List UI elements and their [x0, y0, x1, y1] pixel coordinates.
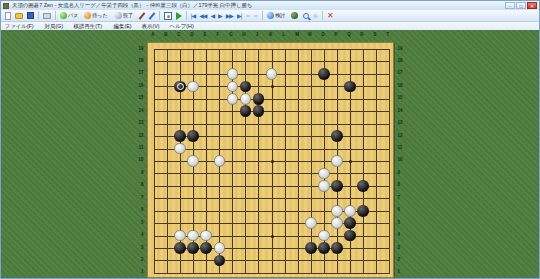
nav-disabled-button-1: ≈ [245, 11, 251, 21]
white-stone-O9 [318, 168, 330, 180]
menu-item-4[interactable]: 表示(V) [138, 22, 163, 29]
window-title: 天頂の囲碁7 Zen - 女流名人リーグ／牛栄子四段（黒）－仲邑菫三段（白）／1… [12, 1, 456, 9]
white-stone-G16 [227, 81, 239, 93]
app-icon [3, 3, 9, 9]
network-button[interactable] [290, 11, 300, 21]
row-label-right-19: 19 [398, 45, 407, 50]
white-stone-P10 [331, 155, 343, 167]
go-app-window: { "window": { "title": "天頂の囲碁7 Zen - 女流名… [0, 0, 540, 279]
row-label-left-16: 16 [135, 83, 144, 88]
save-icon [27, 12, 34, 19]
column-label-top-T: T [384, 32, 393, 37]
row-label-right-14: 14 [398, 108, 407, 113]
white-stone-D10 [187, 155, 199, 167]
column-label-top-R: R [357, 32, 366, 37]
menu-item-3[interactable]: 編集(E) [110, 22, 135, 29]
row-label-left-18: 18 [135, 58, 144, 63]
board-edit-button[interactable] [163, 11, 173, 21]
grid-line-vertical [376, 49, 377, 274]
row-label-right-4: 4 [398, 232, 407, 237]
white-stone-C11 [174, 143, 186, 155]
row-label-right-13: 13 [398, 120, 407, 125]
row-label-right-11: 11 [398, 145, 407, 150]
row-label-right-15: 15 [398, 95, 407, 100]
menu-item-1[interactable]: 対局(G) [41, 22, 67, 29]
disabled-diamond-button: ◆ [312, 11, 319, 21]
nav-fast-forward-button[interactable]: ▶▶ [225, 11, 234, 21]
star-point [271, 160, 274, 163]
row-label-right-9: 9 [398, 170, 407, 175]
nav-back-button[interactable]: ◀ [209, 11, 215, 21]
white-stone-G15 [227, 93, 239, 105]
black-stone-R8 [357, 180, 369, 192]
grid-line-vertical [285, 49, 286, 274]
column-label-top-Q: Q [344, 32, 353, 37]
row-label-left-1: 1 [135, 269, 144, 274]
column-label-top-K: K [266, 32, 275, 37]
column-label-top-C: C [175, 32, 184, 37]
column-label-top-H: H [240, 32, 249, 37]
toolbar: パス 待った 投了 |◀ ◀◀ ◀ ▶ ▶▶ ▶| ≈ ≈ 検討 ◆ ✕ [1, 10, 539, 22]
close-button[interactable]: ✕ [527, 2, 537, 9]
black-stone-E3 [200, 242, 212, 254]
white-stone-H15 [240, 93, 252, 105]
row-label-right-18: 18 [398, 58, 407, 63]
column-label-top-J: J [253, 32, 262, 37]
analyze-button[interactable]: 検討 [266, 11, 288, 21]
row-label-left-10: 10 [135, 157, 144, 162]
edit-pen-button[interactable] [138, 11, 146, 21]
nav-forward-button[interactable]: ▶ [217, 11, 223, 21]
nav-fast-back-button[interactable]: ◀◀ [198, 11, 207, 21]
open-file-button[interactable] [14, 11, 24, 21]
table-background: AABBCCDDEEFFGGHHJJKKLLMMNNOOPPQQRRSSTT19… [1, 30, 540, 279]
nav-first-button[interactable]: |◀ [190, 11, 197, 21]
new-file-icon [5, 12, 11, 20]
play-icon [176, 12, 182, 20]
column-label-top-F: F [214, 32, 223, 37]
black-stone-C3 [174, 242, 186, 254]
row-label-right-10: 10 [398, 157, 407, 162]
grid-line-vertical [298, 49, 299, 274]
black-stone-P12 [331, 130, 343, 142]
row-label-right-8: 8 [398, 182, 407, 187]
nav-last-button[interactable]: ▶| [236, 11, 243, 21]
row-label-left-2: 2 [135, 257, 144, 262]
white-stone-F10 [214, 155, 226, 167]
resign-button[interactable]: 投了 [114, 11, 136, 21]
toolbar-separator [186, 11, 187, 20]
star-point [271, 85, 274, 88]
white-stone-E4 [200, 230, 212, 242]
row-label-left-9: 9 [135, 170, 144, 175]
menu-item-0[interactable]: ファイル(F) [1, 22, 37, 29]
pass-button[interactable]: パス [59, 11, 81, 21]
row-label-right-6: 6 [398, 207, 407, 212]
grid-line-horizontal [154, 260, 390, 261]
white-stone-P5 [331, 217, 343, 229]
go-board[interactable] [147, 42, 394, 278]
column-label-top-P: P [331, 32, 340, 37]
row-label-right-12: 12 [398, 132, 407, 137]
resign-icon [115, 12, 122, 19]
white-stone-K17 [266, 68, 278, 80]
column-label-top-N: N [305, 32, 314, 37]
white-stone-F3 [214, 242, 226, 254]
grid-line-vertical [363, 49, 364, 274]
white-stone-O4 [318, 230, 330, 242]
row-label-left-7: 7 [135, 195, 144, 200]
black-stone-D3 [187, 242, 199, 254]
window-controls: － □ ✕ [505, 2, 537, 9]
magnifier-icon [303, 13, 309, 19]
column-label-top-L: L [279, 32, 288, 37]
row-label-right-1: 1 [398, 269, 407, 274]
white-stone-G17 [227, 68, 239, 80]
undo-button[interactable]: 待った [83, 11, 111, 21]
row-label-left-15: 15 [135, 95, 144, 100]
black-stone-F2 [214, 255, 226, 267]
black-stone-Q5 [344, 217, 356, 229]
black-stone-N3 [305, 242, 317, 254]
row-label-left-14: 14 [135, 108, 144, 113]
grid-line-vertical [389, 49, 390, 274]
column-label-top-A: A [149, 32, 158, 37]
black-stone-P3 [331, 242, 343, 254]
title-bar: 天頂の囲碁7 Zen - 女流名人リーグ／牛栄子四段（黒）－仲邑菫三段（白）／1… [1, 1, 539, 10]
star-point [349, 160, 352, 163]
row-label-left-12: 12 [135, 132, 144, 137]
black-stone-O17 [318, 68, 330, 80]
nav-disabled-button-2: ≈ [253, 11, 259, 21]
white-stone-Q6 [344, 205, 356, 217]
zoom-button[interactable] [302, 11, 310, 21]
toolbar-separator [322, 11, 323, 20]
black-stone-J14 [253, 105, 265, 117]
menu-bar: ファイル(F)対局(G)棋譜再生(T)編集(E)表示(V)ヘルプ(H) [1, 22, 539, 30]
black-stone-Q4 [344, 230, 356, 242]
column-label-top-E: E [201, 32, 210, 37]
white-stone-D4 [187, 230, 199, 242]
row-label-left-3: 3 [135, 244, 144, 249]
column-label-top-D: D [188, 32, 197, 37]
grid-line-horizontal [154, 273, 390, 274]
edit-pen2-button[interactable] [148, 11, 156, 21]
row-label-left-13: 13 [135, 120, 144, 125]
white-stone-N5 [305, 217, 317, 229]
new-file-button[interactable] [4, 11, 12, 21]
row-label-right-7: 7 [398, 195, 407, 200]
column-label-top-S: S [371, 32, 380, 37]
white-stone-C4 [174, 230, 186, 242]
grid-line-vertical [311, 49, 312, 274]
row-label-right-2: 2 [398, 257, 407, 262]
black-stone-R6 [357, 205, 369, 217]
row-label-right-17: 17 [398, 70, 407, 75]
row-label-left-4: 4 [135, 232, 144, 237]
black-stone-H14 [240, 105, 252, 117]
toolbar-separator [262, 11, 263, 20]
board-edit-icon [164, 12, 172, 20]
row-label-left-19: 19 [135, 45, 144, 50]
column-label-top-G: G [227, 32, 236, 37]
black-stone-H16 [240, 81, 252, 93]
row-label-right-5: 5 [398, 220, 407, 225]
white-stone-P6 [331, 205, 343, 217]
black-stone-Q16 [344, 81, 356, 93]
toolbar-separator [159, 11, 160, 20]
column-label-top-M: M [292, 32, 301, 37]
column-label-top-O: O [318, 32, 327, 37]
maximize-button[interactable]: □ [516, 2, 526, 9]
row-label-left-8: 8 [135, 182, 144, 187]
delete-button[interactable]: ✕ [326, 11, 335, 21]
menu-item-2[interactable]: 棋譜再生(T) [70, 22, 106, 29]
row-label-left-11: 11 [135, 145, 144, 150]
globe-icon [291, 12, 298, 19]
open-folder-icon [15, 13, 23, 19]
pass-icon [60, 12, 67, 19]
row-label-left-5: 5 [135, 220, 144, 225]
undo-icon [84, 12, 91, 19]
pen-icon [138, 12, 145, 19]
last-move-marker [177, 83, 184, 90]
black-stone-C12 [174, 130, 186, 142]
row-label-left-17: 17 [135, 70, 144, 75]
row-label-right-3: 3 [398, 244, 407, 249]
black-stone-J15 [253, 93, 265, 105]
star-point [271, 235, 274, 238]
toolbar-separator [38, 11, 39, 20]
grid-line-horizontal [154, 186, 390, 187]
pen-blue-icon [148, 12, 155, 19]
black-stone-D12 [187, 130, 199, 142]
row-label-right-16: 16 [398, 83, 407, 88]
play-button[interactable] [175, 11, 183, 21]
grid-line-horizontal [154, 198, 390, 199]
black-stone-O3 [318, 242, 330, 254]
minimize-button[interactable]: － [505, 2, 515, 9]
black-stone-P8 [331, 180, 343, 192]
toolbar-separator [55, 11, 56, 20]
menu-item-5[interactable]: ヘルプ(H) [166, 22, 197, 29]
white-stone-O8 [318, 180, 330, 192]
row-label-left-6: 6 [135, 207, 144, 212]
print-button[interactable] [42, 11, 52, 21]
column-label-top-B: B [162, 32, 171, 37]
printer-icon [43, 13, 51, 19]
grid-line-horizontal [154, 173, 390, 174]
black-stone-C16 [174, 81, 186, 93]
save-button[interactable] [26, 11, 35, 21]
analyze-icon [267, 12, 274, 19]
white-stone-D16 [187, 81, 199, 93]
